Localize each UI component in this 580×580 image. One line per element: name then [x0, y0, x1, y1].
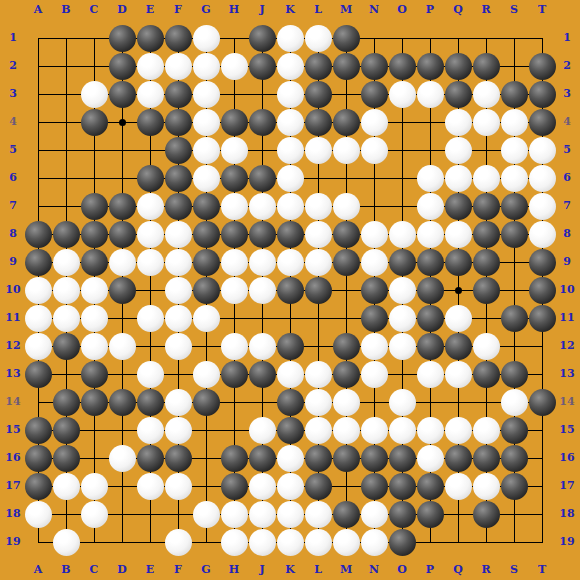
black-stone-D14	[109, 389, 136, 416]
white-stone-G1	[193, 25, 220, 52]
white-stone-G13	[193, 361, 220, 388]
white-stone-T6	[529, 165, 556, 192]
black-stone-R9	[473, 249, 500, 276]
white-stone-F10	[165, 277, 192, 304]
white-stone-H5	[221, 137, 248, 164]
black-stone-S3	[501, 81, 528, 108]
black-stone-C13	[81, 361, 108, 388]
black-stone-J1	[249, 25, 276, 52]
white-stone-C10	[81, 277, 108, 304]
black-stone-D3	[109, 81, 136, 108]
white-stone-E9	[137, 249, 164, 276]
black-stone-G8	[193, 221, 220, 248]
white-stone-N4	[361, 109, 388, 136]
white-stone-P7	[417, 193, 444, 220]
white-stone-K13	[277, 361, 304, 388]
black-stone-G14	[193, 389, 220, 416]
white-stone-J18	[249, 501, 276, 528]
row-label-left-2: 2	[0, 58, 26, 74]
black-stone-K8	[277, 221, 304, 248]
black-stone-R13	[473, 361, 500, 388]
white-stone-K2	[277, 53, 304, 80]
row-label-right-13: 13	[554, 366, 580, 382]
white-stone-K16	[277, 445, 304, 472]
black-stone-N17	[361, 473, 388, 500]
col-label-top-O: O	[388, 2, 416, 18]
white-stone-J12	[249, 333, 276, 360]
white-stone-B19	[53, 529, 80, 556]
white-stone-G18	[193, 501, 220, 528]
black-stone-N3	[361, 81, 388, 108]
black-stone-T2	[529, 53, 556, 80]
white-stone-L5	[305, 137, 332, 164]
black-stone-D1	[109, 25, 136, 52]
white-stone-R17	[473, 473, 500, 500]
black-stone-S7	[501, 193, 528, 220]
col-label-top-D: D	[108, 2, 136, 18]
white-stone-L18	[305, 501, 332, 528]
black-stone-E4	[137, 109, 164, 136]
col-label-top-B: B	[52, 2, 80, 18]
black-stone-J4	[249, 109, 276, 136]
white-stone-L1	[305, 25, 332, 52]
white-stone-N13	[361, 361, 388, 388]
white-stone-Q17	[445, 473, 472, 500]
white-stone-J17	[249, 473, 276, 500]
col-label-bottom-D: D	[108, 562, 136, 578]
row-label-right-6: 6	[554, 170, 580, 186]
black-stone-F3	[165, 81, 192, 108]
black-stone-N10	[361, 277, 388, 304]
black-stone-M2	[333, 53, 360, 80]
white-stone-P3	[417, 81, 444, 108]
white-stone-R3	[473, 81, 500, 108]
black-stone-R8	[473, 221, 500, 248]
row-label-right-11: 11	[554, 310, 580, 326]
black-stone-B15	[53, 417, 80, 444]
black-stone-A13	[25, 361, 52, 388]
col-label-bottom-P: P	[416, 562, 444, 578]
white-stone-C11	[81, 305, 108, 332]
row-label-left-17: 17	[0, 478, 26, 494]
white-stone-R6	[473, 165, 500, 192]
white-stone-C18	[81, 501, 108, 528]
black-stone-B14	[53, 389, 80, 416]
black-stone-Q7	[445, 193, 472, 220]
black-stone-S13	[501, 361, 528, 388]
black-stone-Q12	[445, 333, 472, 360]
black-stone-N16	[361, 445, 388, 472]
row-label-right-15: 15	[554, 422, 580, 438]
black-stone-A16	[25, 445, 52, 472]
black-stone-N2	[361, 53, 388, 80]
white-stone-G3	[193, 81, 220, 108]
white-stone-R4	[473, 109, 500, 136]
white-stone-E7	[137, 193, 164, 220]
black-stone-P17	[417, 473, 444, 500]
white-stone-K3	[277, 81, 304, 108]
white-stone-L14	[305, 389, 332, 416]
black-stone-A8	[25, 221, 52, 248]
black-stone-H16	[221, 445, 248, 472]
col-label-bottom-A: A	[24, 562, 52, 578]
row-label-right-17: 17	[554, 478, 580, 494]
row-label-left-10: 10	[0, 282, 26, 298]
col-label-top-L: L	[304, 2, 332, 18]
white-stone-S5	[501, 137, 528, 164]
black-stone-K12	[277, 333, 304, 360]
row-label-right-8: 8	[554, 226, 580, 242]
white-stone-J9	[249, 249, 276, 276]
white-stone-M5	[333, 137, 360, 164]
row-label-right-1: 1	[554, 30, 580, 46]
white-stone-K5	[277, 137, 304, 164]
star-point-D4	[119, 119, 126, 126]
col-label-bottom-R: R	[472, 562, 500, 578]
white-stone-Q8	[445, 221, 472, 248]
row-label-right-9: 9	[554, 254, 580, 270]
white-stone-K17	[277, 473, 304, 500]
go-board[interactable]: AABBCCDDEEFFGGHHJJKKLLMMNNOOPPQQRRSSTT11…	[0, 0, 580, 580]
white-stone-O10	[389, 277, 416, 304]
white-stone-T5	[529, 137, 556, 164]
white-stone-D16	[109, 445, 136, 472]
col-label-top-K: K	[276, 2, 304, 18]
white-stone-G4	[193, 109, 220, 136]
black-stone-F4	[165, 109, 192, 136]
white-stone-O3	[389, 81, 416, 108]
row-label-left-18: 18	[0, 506, 26, 522]
row-label-right-12: 12	[554, 338, 580, 354]
black-stone-C8	[81, 221, 108, 248]
white-stone-T8	[529, 221, 556, 248]
white-stone-S6	[501, 165, 528, 192]
white-stone-H12	[221, 333, 248, 360]
white-stone-L8	[305, 221, 332, 248]
col-label-bottom-K: K	[276, 562, 304, 578]
col-label-bottom-N: N	[360, 562, 388, 578]
black-stone-J6	[249, 165, 276, 192]
black-stone-F5	[165, 137, 192, 164]
white-stone-K19	[277, 529, 304, 556]
white-stone-A10	[25, 277, 52, 304]
white-stone-N12	[361, 333, 388, 360]
black-stone-L3	[305, 81, 332, 108]
white-stone-B11	[53, 305, 80, 332]
black-stone-D2	[109, 53, 136, 80]
black-stone-A17	[25, 473, 52, 500]
white-stone-C3	[81, 81, 108, 108]
white-stone-D12	[109, 333, 136, 360]
white-stone-K9	[277, 249, 304, 276]
col-label-top-E: E	[136, 2, 164, 18]
white-stone-E11	[137, 305, 164, 332]
row-label-left-7: 7	[0, 198, 26, 214]
col-label-top-Q: Q	[444, 2, 472, 18]
white-stone-N5	[361, 137, 388, 164]
black-stone-B12	[53, 333, 80, 360]
black-stone-S17	[501, 473, 528, 500]
white-stone-J19	[249, 529, 276, 556]
white-stone-Q11	[445, 305, 472, 332]
black-stone-P18	[417, 501, 444, 528]
row-label-left-9: 9	[0, 254, 26, 270]
col-label-bottom-G: G	[192, 562, 220, 578]
col-label-top-H: H	[220, 2, 248, 18]
row-label-left-3: 3	[0, 86, 26, 102]
white-stone-O12	[389, 333, 416, 360]
black-stone-M4	[333, 109, 360, 136]
black-stone-E6	[137, 165, 164, 192]
white-stone-S4	[501, 109, 528, 136]
white-stone-F12	[165, 333, 192, 360]
black-stone-G10	[193, 277, 220, 304]
black-stone-J13	[249, 361, 276, 388]
black-stone-T9	[529, 249, 556, 276]
white-stone-K7	[277, 193, 304, 220]
row-label-right-14: 14	[554, 394, 580, 410]
row-label-left-1: 1	[0, 30, 26, 46]
black-stone-G9	[193, 249, 220, 276]
col-label-top-F: F	[164, 2, 192, 18]
black-stone-T11	[529, 305, 556, 332]
black-stone-P9	[417, 249, 444, 276]
white-stone-H7	[221, 193, 248, 220]
white-stone-R15	[473, 417, 500, 444]
row-label-left-14: 14	[0, 394, 26, 410]
white-stone-N9	[361, 249, 388, 276]
row-label-left-4: 4	[0, 114, 26, 130]
white-stone-P8	[417, 221, 444, 248]
col-label-bottom-M: M	[332, 562, 360, 578]
white-stone-D9	[109, 249, 136, 276]
black-stone-P10	[417, 277, 444, 304]
white-stone-F2	[165, 53, 192, 80]
black-stone-T10	[529, 277, 556, 304]
black-stone-R16	[473, 445, 500, 472]
white-stone-F17	[165, 473, 192, 500]
black-stone-E14	[137, 389, 164, 416]
col-label-top-N: N	[360, 2, 388, 18]
black-stone-O2	[389, 53, 416, 80]
white-stone-F15	[165, 417, 192, 444]
row-label-right-3: 3	[554, 86, 580, 102]
black-stone-B16	[53, 445, 80, 472]
white-stone-O11	[389, 305, 416, 332]
white-stone-Q13	[445, 361, 472, 388]
black-stone-E1	[137, 25, 164, 52]
white-stone-M15	[333, 417, 360, 444]
white-stone-K6	[277, 165, 304, 192]
col-label-bottom-T: T	[528, 562, 556, 578]
black-stone-A15	[25, 417, 52, 444]
white-stone-H10	[221, 277, 248, 304]
row-label-right-4: 4	[554, 114, 580, 130]
white-stone-P13	[417, 361, 444, 388]
black-stone-M18	[333, 501, 360, 528]
white-stone-O8	[389, 221, 416, 248]
white-stone-L9	[305, 249, 332, 276]
row-label-right-5: 5	[554, 142, 580, 158]
star-point-Q10	[455, 287, 462, 294]
black-stone-J8	[249, 221, 276, 248]
white-stone-N19	[361, 529, 388, 556]
white-stone-C17	[81, 473, 108, 500]
black-stone-Q16	[445, 445, 472, 472]
white-stone-H18	[221, 501, 248, 528]
col-label-bottom-L: L	[304, 562, 332, 578]
row-label-left-8: 8	[0, 226, 26, 242]
row-label-right-2: 2	[554, 58, 580, 74]
black-stone-Q3	[445, 81, 472, 108]
black-stone-P12	[417, 333, 444, 360]
white-stone-H19	[221, 529, 248, 556]
col-label-bottom-O: O	[388, 562, 416, 578]
white-stone-L19	[305, 529, 332, 556]
col-label-bottom-Q: Q	[444, 562, 472, 578]
black-stone-D8	[109, 221, 136, 248]
black-stone-Q9	[445, 249, 472, 276]
white-stone-G11	[193, 305, 220, 332]
white-stone-G2	[193, 53, 220, 80]
white-stone-A18	[25, 501, 52, 528]
row-label-right-7: 7	[554, 198, 580, 214]
black-stone-C4	[81, 109, 108, 136]
black-stone-F6	[165, 165, 192, 192]
white-stone-J7	[249, 193, 276, 220]
black-stone-S15	[501, 417, 528, 444]
white-stone-L7	[305, 193, 332, 220]
black-stone-F1	[165, 25, 192, 52]
col-label-bottom-F: F	[164, 562, 192, 578]
col-label-bottom-S: S	[500, 562, 528, 578]
white-stone-P16	[417, 445, 444, 472]
white-stone-R12	[473, 333, 500, 360]
black-stone-H17	[221, 473, 248, 500]
white-stone-F8	[165, 221, 192, 248]
black-stone-K15	[277, 417, 304, 444]
row-label-left-11: 11	[0, 310, 26, 326]
black-stone-M16	[333, 445, 360, 472]
white-stone-G6	[193, 165, 220, 192]
black-stone-L17	[305, 473, 332, 500]
white-stone-M7	[333, 193, 360, 220]
black-stone-C14	[81, 389, 108, 416]
black-stone-K14	[277, 389, 304, 416]
black-stone-E16	[137, 445, 164, 472]
black-stone-Q2	[445, 53, 472, 80]
black-stone-M8	[333, 221, 360, 248]
black-stone-D10	[109, 277, 136, 304]
white-stone-Q6	[445, 165, 472, 192]
black-stone-R2	[473, 53, 500, 80]
white-stone-E17	[137, 473, 164, 500]
white-stone-B17	[53, 473, 80, 500]
black-stone-G7	[193, 193, 220, 220]
col-label-top-M: M	[332, 2, 360, 18]
row-label-right-18: 18	[554, 506, 580, 522]
go-game-screenshot: AABBCCDDEEFFGGHHJJKKLLMMNNOOPPQQRRSSTT11…	[0, 0, 580, 580]
black-stone-J16	[249, 445, 276, 472]
black-stone-D7	[109, 193, 136, 220]
row-label-left-16: 16	[0, 450, 26, 466]
black-stone-H4	[221, 109, 248, 136]
col-label-top-A: A	[24, 2, 52, 18]
white-stone-C12	[81, 333, 108, 360]
white-stone-H2	[221, 53, 248, 80]
black-stone-O17	[389, 473, 416, 500]
white-stone-E13	[137, 361, 164, 388]
black-stone-O9	[389, 249, 416, 276]
black-stone-O18	[389, 501, 416, 528]
col-label-top-G: G	[192, 2, 220, 18]
black-stone-S11	[501, 305, 528, 332]
white-stone-M14	[333, 389, 360, 416]
black-stone-O19	[389, 529, 416, 556]
row-label-left-15: 15	[0, 422, 26, 438]
black-stone-F16	[165, 445, 192, 472]
black-stone-S16	[501, 445, 528, 472]
black-stone-H13	[221, 361, 248, 388]
black-stone-S8	[501, 221, 528, 248]
black-stone-R10	[473, 277, 500, 304]
col-label-top-S: S	[500, 2, 528, 18]
white-stone-B9	[53, 249, 80, 276]
white-stone-L15	[305, 417, 332, 444]
black-stone-L10	[305, 277, 332, 304]
col-label-top-C: C	[80, 2, 108, 18]
row-label-left-19: 19	[0, 534, 26, 550]
black-stone-C9	[81, 249, 108, 276]
black-stone-B8	[53, 221, 80, 248]
black-stone-M9	[333, 249, 360, 276]
black-stone-H8	[221, 221, 248, 248]
white-stone-S14	[501, 389, 528, 416]
white-stone-E15	[137, 417, 164, 444]
black-stone-N11	[361, 305, 388, 332]
row-label-left-12: 12	[0, 338, 26, 354]
white-stone-F19	[165, 529, 192, 556]
row-label-right-16: 16	[554, 450, 580, 466]
white-stone-N15	[361, 417, 388, 444]
white-stone-Q4	[445, 109, 472, 136]
row-label-left-6: 6	[0, 170, 26, 186]
black-stone-P11	[417, 305, 444, 332]
white-stone-L13	[305, 361, 332, 388]
col-label-bottom-H: H	[220, 562, 248, 578]
col-label-bottom-J: J	[248, 562, 276, 578]
white-stone-P6	[417, 165, 444, 192]
col-label-top-P: P	[416, 2, 444, 18]
white-stone-K18	[277, 501, 304, 528]
white-stone-N18	[361, 501, 388, 528]
black-stone-T14	[529, 389, 556, 416]
black-stone-R7	[473, 193, 500, 220]
white-stone-K1	[277, 25, 304, 52]
black-stone-L2	[305, 53, 332, 80]
black-stone-R18	[473, 501, 500, 528]
black-stone-C7	[81, 193, 108, 220]
white-stone-E8	[137, 221, 164, 248]
black-stone-A9	[25, 249, 52, 276]
white-stone-P15	[417, 417, 444, 444]
white-stone-N8	[361, 221, 388, 248]
row-label-left-5: 5	[0, 142, 26, 158]
white-stone-F11	[165, 305, 192, 332]
col-label-bottom-E: E	[136, 562, 164, 578]
black-stone-J2	[249, 53, 276, 80]
white-stone-Q15	[445, 417, 472, 444]
